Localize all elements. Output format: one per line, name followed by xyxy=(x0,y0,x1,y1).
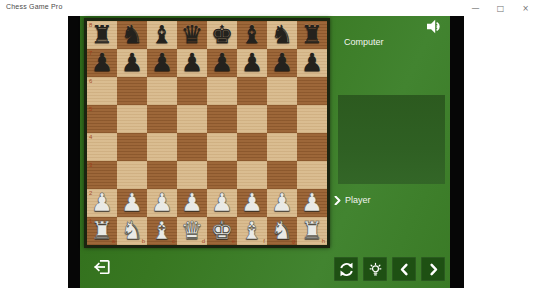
computer-label: Computer xyxy=(344,37,384,47)
square-b1[interactable]: b♞ xyxy=(117,217,147,245)
square-h8[interactable]: ♜ xyxy=(297,21,327,49)
square-e3[interactable] xyxy=(207,161,237,189)
black-pawn[interactable]: ♟ xyxy=(151,50,173,75)
white-rook[interactable]: ♜ xyxy=(301,218,323,243)
rank-label: 5 xyxy=(89,106,92,112)
next-move-button[interactable] xyxy=(421,257,445,281)
square-a3[interactable]: 3 xyxy=(87,161,117,189)
square-e2[interactable]: ♟ xyxy=(207,189,237,217)
rank-label: 6 xyxy=(89,78,92,84)
close-button[interactable]: × xyxy=(513,0,538,16)
speaker-icon xyxy=(426,19,443,34)
square-c5[interactable] xyxy=(147,105,177,133)
restart-button[interactable] xyxy=(334,257,358,281)
square-d1[interactable]: d♛ xyxy=(177,217,207,245)
black-pawn[interactable]: ♟ xyxy=(241,50,263,75)
rank-label: 4 xyxy=(89,134,92,140)
exit-icon xyxy=(92,257,113,277)
square-f2[interactable]: ♟ xyxy=(237,189,267,217)
square-c8[interactable]: ♝ xyxy=(147,21,177,49)
square-d4[interactable] xyxy=(177,133,207,161)
square-e8[interactable]: ♚ xyxy=(207,21,237,49)
white-pawn[interactable]: ♟ xyxy=(151,190,173,215)
square-b4[interactable] xyxy=(117,133,147,161)
square-b8[interactable]: ♞ xyxy=(117,21,147,49)
rank-label: 3 xyxy=(89,162,92,168)
square-f8[interactable]: ♝ xyxy=(237,21,267,49)
black-bishop[interactable]: ♝ xyxy=(241,22,263,47)
black-rook[interactable]: ♜ xyxy=(301,22,323,47)
square-a7[interactable]: 7♟ xyxy=(87,49,117,77)
white-king[interactable]: ♚ xyxy=(211,218,233,243)
square-f1[interactable]: f♝ xyxy=(237,217,267,245)
square-e1[interactable]: e♚ xyxy=(207,217,237,245)
black-pawn[interactable]: ♟ xyxy=(271,50,293,75)
black-pawn[interactable]: ♟ xyxy=(211,50,233,75)
square-h2[interactable]: ♟ xyxy=(297,189,327,217)
app-title: Chess Game Pro xyxy=(6,3,63,10)
square-h7[interactable]: ♟ xyxy=(297,49,327,77)
square-d8[interactable]: ♛ xyxy=(177,21,207,49)
white-knight[interactable]: ♞ xyxy=(271,218,293,243)
white-pawn[interactable]: ♟ xyxy=(271,190,293,215)
square-c7[interactable]: ♟ xyxy=(147,49,177,77)
square-c6[interactable] xyxy=(147,77,177,105)
move-history-panel xyxy=(338,95,445,184)
square-g3[interactable] xyxy=(267,161,297,189)
square-c2[interactable]: ♟ xyxy=(147,189,177,217)
square-h4[interactable] xyxy=(297,133,327,161)
square-d5[interactable] xyxy=(177,105,207,133)
square-c4[interactable] xyxy=(147,133,177,161)
white-knight[interactable]: ♞ xyxy=(121,218,143,243)
black-pawn[interactable]: ♟ xyxy=(301,50,323,75)
white-pawn[interactable]: ♟ xyxy=(121,190,143,215)
square-f5[interactable] xyxy=(237,105,267,133)
lightbulb-icon xyxy=(367,261,384,278)
square-f7[interactable]: ♟ xyxy=(237,49,267,77)
toolbar xyxy=(334,257,445,281)
white-bishop[interactable]: ♝ xyxy=(241,218,263,243)
square-a8[interactable]: 8♜ xyxy=(87,21,117,49)
square-a5[interactable]: 5 xyxy=(87,105,117,133)
square-e6[interactable] xyxy=(207,77,237,105)
square-a1[interactable]: 1a♜ xyxy=(87,217,117,245)
black-bishop[interactable]: ♝ xyxy=(151,22,173,47)
black-queen[interactable]: ♛ xyxy=(181,22,203,47)
chevron-left-icon xyxy=(397,262,412,277)
square-g8[interactable]: ♞ xyxy=(267,21,297,49)
square-g1[interactable]: g♞ xyxy=(267,217,297,245)
square-f3[interactable] xyxy=(237,161,267,189)
square-d7[interactable]: ♟ xyxy=(177,49,207,77)
white-bishop[interactable]: ♝ xyxy=(151,218,173,243)
chess-board-frame: 8♜♞♝♛♚♝♞♜7♟♟♟♟♟♟♟♟65432♟♟♟♟♟♟♟♟1a♜b♞c♝d♛… xyxy=(84,18,330,248)
square-g4[interactable] xyxy=(267,133,297,161)
square-e5[interactable] xyxy=(207,105,237,133)
black-rook[interactable]: ♜ xyxy=(91,22,113,47)
white-queen[interactable]: ♛ xyxy=(181,218,203,243)
minimize-button[interactable]: — xyxy=(463,0,488,16)
black-knight[interactable]: ♞ xyxy=(121,22,143,47)
white-rook[interactable]: ♜ xyxy=(91,218,113,243)
restart-icon xyxy=(338,261,355,278)
app-window: Chess Game Pro — □ × 8♜♞♝♛♚♝♞♜7♟♟♟♟♟♟♟♟6… xyxy=(0,0,538,303)
chevron-right-icon xyxy=(334,196,341,205)
square-a4[interactable]: 4 xyxy=(87,133,117,161)
square-e7[interactable]: ♟ xyxy=(207,49,237,77)
square-c3[interactable] xyxy=(147,161,177,189)
chess-board[interactable]: 8♜♞♝♛♚♝♞♜7♟♟♟♟♟♟♟♟65432♟♟♟♟♟♟♟♟1a♜b♞c♝d♛… xyxy=(87,21,327,245)
square-b2[interactable]: ♟ xyxy=(117,189,147,217)
black-pawn[interactable]: ♟ xyxy=(181,50,203,75)
letterbox-right xyxy=(450,16,464,288)
exit-button[interactable] xyxy=(90,255,114,279)
white-pawn[interactable]: ♟ xyxy=(181,190,203,215)
square-a2[interactable]: 2♟ xyxy=(87,189,117,217)
square-g5[interactable] xyxy=(267,105,297,133)
chevron-right-icon xyxy=(426,262,441,277)
maximize-button[interactable]: □ xyxy=(488,0,513,16)
square-d3[interactable] xyxy=(177,161,207,189)
game-area: 8♜♞♝♛♚♝♞♜7♟♟♟♟♟♟♟♟65432♟♟♟♟♟♟♟♟1a♜b♞c♝d♛… xyxy=(80,16,450,288)
square-b7[interactable]: ♟ xyxy=(117,49,147,77)
square-h3[interactable] xyxy=(297,161,327,189)
square-f4[interactable] xyxy=(237,133,267,161)
black-pawn[interactable]: ♟ xyxy=(91,50,113,75)
white-pawn[interactable]: ♟ xyxy=(301,190,323,215)
white-pawn[interactable]: ♟ xyxy=(91,190,113,215)
hint-button[interactable] xyxy=(363,257,387,281)
black-pawn[interactable]: ♟ xyxy=(121,50,143,75)
white-pawn[interactable]: ♟ xyxy=(241,190,263,215)
letterbox-left xyxy=(68,16,80,288)
square-f6[interactable] xyxy=(237,77,267,105)
square-g6[interactable] xyxy=(267,77,297,105)
white-pawn[interactable]: ♟ xyxy=(211,190,233,215)
square-d6[interactable] xyxy=(177,77,207,105)
player-label: Player xyxy=(345,195,371,205)
square-b5[interactable] xyxy=(117,105,147,133)
square-b3[interactable] xyxy=(117,161,147,189)
square-h5[interactable] xyxy=(297,105,327,133)
square-b6[interactable] xyxy=(117,77,147,105)
window-controls: — □ × xyxy=(463,0,538,16)
square-g7[interactable]: ♟ xyxy=(267,49,297,77)
square-d2[interactable]: ♟ xyxy=(177,189,207,217)
square-c1[interactable]: c♝ xyxy=(147,217,177,245)
volume-button[interactable] xyxy=(424,18,444,35)
square-h6[interactable] xyxy=(297,77,327,105)
black-knight[interactable]: ♞ xyxy=(271,22,293,47)
square-e4[interactable] xyxy=(207,133,237,161)
titlebar: Chess Game Pro — □ × xyxy=(0,0,538,16)
previous-move-button[interactable] xyxy=(392,257,416,281)
square-g2[interactable]: ♟ xyxy=(267,189,297,217)
square-h1[interactable]: h♜ xyxy=(297,217,327,245)
square-a6[interactable]: 6 xyxy=(87,77,117,105)
black-king[interactable]: ♚ xyxy=(211,22,233,47)
file-label: f xyxy=(263,238,265,244)
player-row[interactable]: Player xyxy=(334,195,371,205)
